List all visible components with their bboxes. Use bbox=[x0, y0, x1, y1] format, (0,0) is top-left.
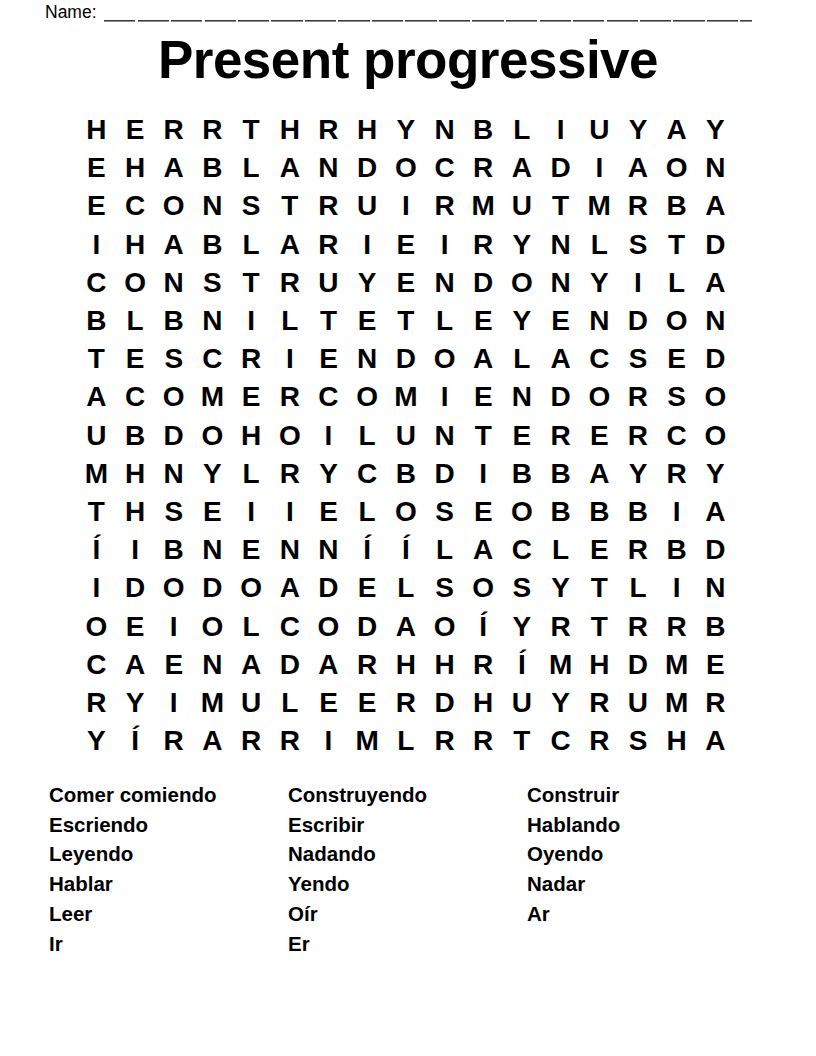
grid-cell-r16c1[interactable]: R bbox=[77, 684, 116, 722]
grid-cell-r4c12[interactable]: Y bbox=[503, 226, 542, 264]
grid-cell-r12c1[interactable]: Í bbox=[77, 531, 116, 569]
grid-cell-r16c13[interactable]: Y bbox=[541, 684, 580, 722]
grid-cell-r1c4[interactable]: R bbox=[193, 111, 232, 149]
grid-cell-r6c5[interactable]: I bbox=[232, 302, 271, 340]
word-list-column-1: Comer comiendoEscriendoLeyendoHablarLeer… bbox=[49, 780, 288, 958]
word-list-item: Leyendo bbox=[49, 839, 288, 869]
grid-cell-r14c7[interactable]: O bbox=[309, 607, 348, 645]
grid-cell-r11c11[interactable]: E bbox=[464, 493, 503, 531]
grid-cell-r3c13[interactable]: T bbox=[541, 187, 580, 225]
grid-cell-r4c17[interactable]: D bbox=[696, 226, 735, 264]
grid-cell-r2c13[interactable]: D bbox=[541, 149, 580, 187]
grid-cell-r11c2[interactable]: H bbox=[116, 493, 155, 531]
grid-cell-r3c5[interactable]: S bbox=[232, 187, 271, 225]
grid-cell-r16c16[interactable]: M bbox=[657, 684, 696, 722]
grid-cell-r4c3[interactable]: A bbox=[154, 226, 193, 264]
grid-cell-r14c13[interactable]: R bbox=[541, 607, 580, 645]
grid-cell-r13c11[interactable]: O bbox=[464, 569, 503, 607]
grid-cell-r8c13[interactable]: D bbox=[541, 378, 580, 416]
grid-cell-r16c10[interactable]: D bbox=[425, 684, 464, 722]
grid-cell-r17c15[interactable]: S bbox=[619, 722, 658, 760]
grid-cell-r3c3[interactable]: O bbox=[154, 187, 193, 225]
grid-cell-r6c15[interactable]: D bbox=[619, 302, 658, 340]
grid-cell-r17c8[interactable]: M bbox=[348, 722, 387, 760]
grid-cell-r14c14[interactable]: T bbox=[580, 607, 619, 645]
grid-cell-r16c9[interactable]: R bbox=[387, 684, 426, 722]
grid-cell-r11c16[interactable]: I bbox=[657, 493, 696, 531]
grid-cell-r17c4[interactable]: A bbox=[193, 722, 232, 760]
grid-cell-r1c7[interactable]: R bbox=[309, 111, 348, 149]
grid-cell-r3c14[interactable]: M bbox=[580, 187, 619, 225]
grid-cell-r2c15[interactable]: A bbox=[619, 149, 658, 187]
grid-cell-r3c1[interactable]: E bbox=[77, 187, 116, 225]
grid-cell-r5c2[interactable]: O bbox=[116, 264, 155, 302]
grid-cell-r17c7[interactable]: I bbox=[309, 722, 348, 760]
grid-cell-r10c16[interactable]: R bbox=[657, 455, 696, 493]
grid-cell-r16c11[interactable]: H bbox=[464, 684, 503, 722]
grid-cell-r13c10[interactable]: S bbox=[425, 569, 464, 607]
grid-cell-r5c10[interactable]: N bbox=[425, 264, 464, 302]
grid-cell-r5c5[interactable]: T bbox=[232, 264, 271, 302]
grid-cell-r17c10[interactable]: R bbox=[425, 722, 464, 760]
grid-cell-r14c15[interactable]: R bbox=[619, 607, 658, 645]
grid-cell-r2c7[interactable]: N bbox=[309, 149, 348, 187]
grid-cell-r7c13[interactable]: A bbox=[541, 340, 580, 378]
grid-cell-r16c12[interactable]: U bbox=[503, 684, 542, 722]
grid-cell-r7c15[interactable]: S bbox=[619, 340, 658, 378]
grid-cell-r4c14[interactable]: L bbox=[580, 226, 619, 264]
grid-cell-r7c12[interactable]: L bbox=[503, 340, 542, 378]
grid-cell-r6c13[interactable]: E bbox=[541, 302, 580, 340]
grid-cell-r9c2[interactable]: B bbox=[116, 417, 155, 455]
grid-cell-r8c5[interactable]: E bbox=[232, 378, 271, 416]
grid-cell-r7c14[interactable]: C bbox=[580, 340, 619, 378]
grid-cell-r9c7[interactable]: I bbox=[309, 417, 348, 455]
grid-cell-r7c5[interactable]: R bbox=[232, 340, 271, 378]
grid-cell-r9c3[interactable]: D bbox=[154, 417, 193, 455]
word-list-column-3: ConstruirHablandoOyendoNadarAr bbox=[527, 780, 766, 958]
grid-cell-r15c2[interactable]: A bbox=[116, 646, 155, 684]
grid-cell-r9c8[interactable]: L bbox=[348, 417, 387, 455]
grid-cell-r9c1[interactable]: U bbox=[77, 417, 116, 455]
grid-cell-r12c2[interactable]: I bbox=[116, 531, 155, 569]
grid-cell-r1c9[interactable]: Y bbox=[387, 111, 426, 149]
grid-cell-r4c10[interactable]: I bbox=[425, 226, 464, 264]
grid-cell-r16c5[interactable]: U bbox=[232, 684, 271, 722]
word-search-grid: HERRTHRHYNBLIUYAYEHABLANDOCRADIAONECONST… bbox=[77, 111, 735, 760]
grid-cell-r8c2[interactable]: C bbox=[116, 378, 155, 416]
grid-cell-r3c2[interactable]: C bbox=[116, 187, 155, 225]
grid-cell-r14c16[interactable]: R bbox=[657, 607, 696, 645]
grid-cell-r14c5[interactable]: L bbox=[232, 607, 271, 645]
grid-cell-r14c17[interactable]: B bbox=[696, 607, 735, 645]
grid-cell-r9c5[interactable]: H bbox=[232, 417, 271, 455]
grid-cell-r6c11[interactable]: E bbox=[464, 302, 503, 340]
grid-cell-r10c17[interactable]: Y bbox=[696, 455, 735, 493]
grid-cell-r8c14[interactable]: O bbox=[580, 378, 619, 416]
grid-cell-r14c2[interactable]: E bbox=[116, 607, 155, 645]
grid-cell-r1c17[interactable]: Y bbox=[696, 111, 735, 149]
grid-cell-r4c9[interactable]: E bbox=[387, 226, 426, 264]
grid-cell-r7c16[interactable]: E bbox=[657, 340, 696, 378]
grid-cell-r5c14[interactable]: Y bbox=[580, 264, 619, 302]
grid-cell-r14c4[interactable]: O bbox=[193, 607, 232, 645]
grid-cell-r8c10[interactable]: I bbox=[425, 378, 464, 416]
grid-cell-r16c8[interactable]: E bbox=[348, 684, 387, 722]
grid-cell-r11c17[interactable]: A bbox=[696, 493, 735, 531]
grid-cell-r1c12[interactable]: L bbox=[503, 111, 542, 149]
grid-cell-r12c6[interactable]: N bbox=[270, 531, 309, 569]
grid-cell-r12c17[interactable]: D bbox=[696, 531, 735, 569]
grid-cell-r14c6[interactable]: C bbox=[270, 607, 309, 645]
grid-cell-r10c13[interactable]: B bbox=[541, 455, 580, 493]
grid-cell-r12c10[interactable]: L bbox=[425, 531, 464, 569]
grid-cell-r13c16[interactable]: I bbox=[657, 569, 696, 607]
grid-cell-r4c2[interactable]: H bbox=[116, 226, 155, 264]
grid-cell-r7c2[interactable]: E bbox=[116, 340, 155, 378]
grid-cell-r3c10[interactable]: R bbox=[425, 187, 464, 225]
grid-cell-r2c16[interactable]: O bbox=[657, 149, 696, 187]
grid-cell-r14c11[interactable]: Í bbox=[464, 607, 503, 645]
grid-cell-r17c5[interactable]: R bbox=[232, 722, 271, 760]
grid-cell-r8c1[interactable]: A bbox=[77, 378, 116, 416]
grid-cell-r5c16[interactable]: L bbox=[657, 264, 696, 302]
grid-cell-r3c12[interactable]: U bbox=[503, 187, 542, 225]
grid-cell-r17c14[interactable]: R bbox=[580, 722, 619, 760]
grid-cell-r4c15[interactable]: S bbox=[619, 226, 658, 264]
grid-cell-r4c8[interactable]: I bbox=[348, 226, 387, 264]
grid-cell-r13c13[interactable]: Y bbox=[541, 569, 580, 607]
grid-cell-r6c6[interactable]: L bbox=[270, 302, 309, 340]
grid-cell-r5c1[interactable]: C bbox=[77, 264, 116, 302]
grid-cell-r15c11[interactable]: R bbox=[464, 646, 503, 684]
grid-cell-r15c9[interactable]: H bbox=[387, 646, 426, 684]
grid-cell-r3c15[interactable]: R bbox=[619, 187, 658, 225]
grid-cell-r14c9[interactable]: A bbox=[387, 607, 426, 645]
grid-cell-r11c9[interactable]: O bbox=[387, 493, 426, 531]
grid-cell-r4c6[interactable]: A bbox=[270, 226, 309, 264]
grid-cell-r8c6[interactable]: R bbox=[270, 378, 309, 416]
grid-cell-r15c14[interactable]: H bbox=[580, 646, 619, 684]
grid-cell-r10c9[interactable]: B bbox=[387, 455, 426, 493]
grid-cell-r13c12[interactable]: S bbox=[503, 569, 542, 607]
grid-cell-r2c5[interactable]: L bbox=[232, 149, 271, 187]
grid-cell-r2c2[interactable]: H bbox=[116, 149, 155, 187]
grid-cell-r5c3[interactable]: N bbox=[154, 264, 193, 302]
grid-cell-r8c3[interactable]: O bbox=[154, 378, 193, 416]
grid-cell-r13c3[interactable]: O bbox=[154, 569, 193, 607]
grid-cell-r17c11[interactable]: R bbox=[464, 722, 503, 760]
grid-cell-r11c8[interactable]: L bbox=[348, 493, 387, 531]
grid-cell-r8c12[interactable]: N bbox=[503, 378, 542, 416]
grid-cell-r1c3[interactable]: R bbox=[154, 111, 193, 149]
grid-cell-r11c10[interactable]: S bbox=[425, 493, 464, 531]
grid-cell-r1c10[interactable]: N bbox=[425, 111, 464, 149]
grid-cell-r5c7[interactable]: U bbox=[309, 264, 348, 302]
grid-cell-r1c5[interactable]: T bbox=[232, 111, 271, 149]
grid-cell-r2c4[interactable]: B bbox=[193, 149, 232, 187]
grid-cell-r4c7[interactable]: R bbox=[309, 226, 348, 264]
grid-cell-r13c9[interactable]: L bbox=[387, 569, 426, 607]
grid-cell-r4c1[interactable]: I bbox=[77, 226, 116, 264]
word-list-item: Construyendo bbox=[288, 780, 527, 810]
grid-cell-r16c3[interactable]: I bbox=[154, 684, 193, 722]
grid-cell-r14c8[interactable]: D bbox=[348, 607, 387, 645]
grid-cell-r9c4[interactable]: O bbox=[193, 417, 232, 455]
grid-cell-r4c13[interactable]: N bbox=[541, 226, 580, 264]
grid-cell-r15c10[interactable]: H bbox=[425, 646, 464, 684]
grid-cell-r9c14[interactable]: E bbox=[580, 417, 619, 455]
grid-cell-r15c6[interactable]: D bbox=[270, 646, 309, 684]
grid-cell-r13c5[interactable]: O bbox=[232, 569, 271, 607]
grid-cell-r13c2[interactable]: D bbox=[116, 569, 155, 607]
grid-cell-r15c5[interactable]: A bbox=[232, 646, 271, 684]
grid-cell-r15c1[interactable]: C bbox=[77, 646, 116, 684]
grid-cell-r9c11[interactable]: T bbox=[464, 417, 503, 455]
grid-cell-r12c5[interactable]: E bbox=[232, 531, 271, 569]
grid-cell-r6c7[interactable]: T bbox=[309, 302, 348, 340]
grid-cell-r6c2[interactable]: L bbox=[116, 302, 155, 340]
grid-cell-r11c4[interactable]: E bbox=[193, 493, 232, 531]
grid-cell-r16c15[interactable]: U bbox=[619, 684, 658, 722]
grid-cell-r17c3[interactable]: R bbox=[154, 722, 193, 760]
grid-cell-r9c6[interactable]: O bbox=[270, 417, 309, 455]
grid-cell-r17c12[interactable]: T bbox=[503, 722, 542, 760]
grid-cell-r1c13[interactable]: I bbox=[541, 111, 580, 149]
grid-cell-r7c7[interactable]: E bbox=[309, 340, 348, 378]
grid-cell-r17c6[interactable]: R bbox=[270, 722, 309, 760]
grid-cell-r1c1[interactable]: H bbox=[77, 111, 116, 149]
grid-cell-r8c11[interactable]: E bbox=[464, 378, 503, 416]
grid-cell-r12c15[interactable]: R bbox=[619, 531, 658, 569]
grid-cell-r7c10[interactable]: O bbox=[425, 340, 464, 378]
grid-cell-r9c17[interactable]: O bbox=[696, 417, 735, 455]
grid-cell-r7c4[interactable]: C bbox=[193, 340, 232, 378]
grid-cell-r15c8[interactable]: R bbox=[348, 646, 387, 684]
grid-cell-r14c3[interactable]: I bbox=[154, 607, 193, 645]
grid-cell-r7c17[interactable]: D bbox=[696, 340, 735, 378]
grid-cell-r6c17[interactable]: N bbox=[696, 302, 735, 340]
grid-cell-r2c11[interactable]: R bbox=[464, 149, 503, 187]
grid-cell-r4c4[interactable]: B bbox=[193, 226, 232, 264]
grid-cell-r8c4[interactable]: M bbox=[193, 378, 232, 416]
grid-cell-r2c3[interactable]: A bbox=[154, 149, 193, 187]
grid-cell-r5c17[interactable]: A bbox=[696, 264, 735, 302]
grid-cell-r15c3[interactable]: E bbox=[154, 646, 193, 684]
grid-cell-r11c6[interactable]: I bbox=[270, 493, 309, 531]
grid-cell-r2c17[interactable]: N bbox=[696, 149, 735, 187]
grid-cell-r6c3[interactable]: B bbox=[154, 302, 193, 340]
grid-cell-r12c11[interactable]: A bbox=[464, 531, 503, 569]
grid-cell-r10c5[interactable]: L bbox=[232, 455, 271, 493]
grid-cell-r13c8[interactable]: E bbox=[348, 569, 387, 607]
name-row: Name: bbox=[45, 2, 752, 22]
word-list-item: Hablando bbox=[527, 810, 766, 840]
grid-cell-r12c9[interactable]: Í bbox=[387, 531, 426, 569]
grid-cell-r1c15[interactable]: Y bbox=[619, 111, 658, 149]
grid-cell-r12c13[interactable]: L bbox=[541, 531, 580, 569]
grid-cell-r3c4[interactable]: N bbox=[193, 187, 232, 225]
grid-cell-r16c2[interactable]: Y bbox=[116, 684, 155, 722]
grid-cell-r10c1[interactable]: M bbox=[77, 455, 116, 493]
grid-cell-r4c16[interactable]: T bbox=[657, 226, 696, 264]
grid-cell-r2c14[interactable]: I bbox=[580, 149, 619, 187]
grid-cell-r13c15[interactable]: L bbox=[619, 569, 658, 607]
word-list-item: Comer comiendo bbox=[49, 780, 288, 810]
grid-cell-r11c14[interactable]: B bbox=[580, 493, 619, 531]
grid-cell-r3c7[interactable]: R bbox=[309, 187, 348, 225]
grid-cell-r8c9[interactable]: M bbox=[387, 378, 426, 416]
grid-cell-r11c3[interactable]: S bbox=[154, 493, 193, 531]
grid-cell-r5c8[interactable]: Y bbox=[348, 264, 387, 302]
grid-cell-r11c13[interactable]: B bbox=[541, 493, 580, 531]
grid-cell-r8c8[interactable]: O bbox=[348, 378, 387, 416]
grid-cell-r16c4[interactable]: M bbox=[193, 684, 232, 722]
grid-cell-r6c9[interactable]: T bbox=[387, 302, 426, 340]
grid-cell-r3c16[interactable]: B bbox=[657, 187, 696, 225]
grid-cell-r1c11[interactable]: B bbox=[464, 111, 503, 149]
grid-cell-r3c8[interactable]: U bbox=[348, 187, 387, 225]
grid-cell-r9c16[interactable]: C bbox=[657, 417, 696, 455]
grid-cell-r2c6[interactable]: A bbox=[270, 149, 309, 187]
grid-cell-r1c14[interactable]: U bbox=[580, 111, 619, 149]
grid-cell-r9c10[interactable]: N bbox=[425, 417, 464, 455]
grid-cell-r5c13[interactable]: N bbox=[541, 264, 580, 302]
grid-cell-r12c12[interactable]: C bbox=[503, 531, 542, 569]
grid-cell-r1c2[interactable]: E bbox=[116, 111, 155, 149]
grid-cell-r15c17[interactable]: E bbox=[696, 646, 735, 684]
grid-cell-r14c12[interactable]: Y bbox=[503, 607, 542, 645]
grid-cell-r17c9[interactable]: L bbox=[387, 722, 426, 760]
grid-cell-r10c15[interactable]: Y bbox=[619, 455, 658, 493]
grid-cell-r11c1[interactable]: T bbox=[77, 493, 116, 531]
grid-cell-r8c7[interactable]: C bbox=[309, 378, 348, 416]
grid-cell-r4c11[interactable]: R bbox=[464, 226, 503, 264]
grid-cell-r10c11[interactable]: I bbox=[464, 455, 503, 493]
grid-cell-r15c13[interactable]: M bbox=[541, 646, 580, 684]
grid-cell-r11c15[interactable]: B bbox=[619, 493, 658, 531]
grid-cell-r1c6[interactable]: H bbox=[270, 111, 309, 149]
grid-cell-r11c5[interactable]: I bbox=[232, 493, 271, 531]
grid-cell-r17c16[interactable]: H bbox=[657, 722, 696, 760]
grid-cell-r13c6[interactable]: A bbox=[270, 569, 309, 607]
grid-cell-r12c14[interactable]: E bbox=[580, 531, 619, 569]
grid-cell-r9c9[interactable]: U bbox=[387, 417, 426, 455]
grid-cell-r10c6[interactable]: R bbox=[270, 455, 309, 493]
grid-cell-r5c4[interactable]: S bbox=[193, 264, 232, 302]
grid-cell-r10c12[interactable]: B bbox=[503, 455, 542, 493]
grid-cell-r7c1[interactable]: T bbox=[77, 340, 116, 378]
grid-cell-r12c7[interactable]: N bbox=[309, 531, 348, 569]
grid-cell-r15c7[interactable]: A bbox=[309, 646, 348, 684]
grid-cell-r7c8[interactable]: N bbox=[348, 340, 387, 378]
grid-cell-r15c12[interactable]: Í bbox=[503, 646, 542, 684]
grid-cell-r17c1[interactable]: Y bbox=[77, 722, 116, 760]
grid-cell-r7c9[interactable]: D bbox=[387, 340, 426, 378]
grid-cell-r5c12[interactable]: O bbox=[503, 264, 542, 302]
grid-cell-r15c15[interactable]: D bbox=[619, 646, 658, 684]
grid-cell-r6c14[interactable]: N bbox=[580, 302, 619, 340]
grid-cell-r9c13[interactable]: R bbox=[541, 417, 580, 455]
grid-cell-r13c1[interactable]: I bbox=[77, 569, 116, 607]
grid-cell-r16c7[interactable]: E bbox=[309, 684, 348, 722]
grid-cell-r3c11[interactable]: M bbox=[464, 187, 503, 225]
grid-cell-r11c12[interactable]: O bbox=[503, 493, 542, 531]
grid-cell-r8c17[interactable]: O bbox=[696, 378, 735, 416]
grid-cell-r13c17[interactable]: N bbox=[696, 569, 735, 607]
grid-cell-r17c17[interactable]: A bbox=[696, 722, 735, 760]
grid-cell-r6c8[interactable]: E bbox=[348, 302, 387, 340]
word-list-item: Oyendo bbox=[527, 839, 766, 869]
grid-cell-r10c14[interactable]: A bbox=[580, 455, 619, 493]
grid-cell-r13c4[interactable]: D bbox=[193, 569, 232, 607]
grid-cell-r12c4[interactable]: N bbox=[193, 531, 232, 569]
grid-cell-r12c3[interactable]: B bbox=[154, 531, 193, 569]
grid-cell-r10c10[interactable]: D bbox=[425, 455, 464, 493]
grid-cell-r1c8[interactable]: H bbox=[348, 111, 387, 149]
grid-cell-r16c6[interactable]: L bbox=[270, 684, 309, 722]
grid-cell-r2c9[interactable]: O bbox=[387, 149, 426, 187]
grid-cell-r13c14[interactable]: T bbox=[580, 569, 619, 607]
grid-cell-r6c4[interactable]: N bbox=[193, 302, 232, 340]
grid-cell-r13c7[interactable]: D bbox=[309, 569, 348, 607]
name-fill-line[interactable] bbox=[104, 3, 752, 22]
grid-cell-r3c6[interactable]: T bbox=[270, 187, 309, 225]
grid-cell-r1c16[interactable]: A bbox=[657, 111, 696, 149]
grid-cell-r6c12[interactable]: Y bbox=[503, 302, 542, 340]
grid-cell-r3c9[interactable]: I bbox=[387, 187, 426, 225]
grid-cell-r10c7[interactable]: Y bbox=[309, 455, 348, 493]
grid-cell-r5c6[interactable]: R bbox=[270, 264, 309, 302]
grid-cell-r14c10[interactable]: O bbox=[425, 607, 464, 645]
grid-cell-r6c1[interactable]: B bbox=[77, 302, 116, 340]
grid-cell-r6c16[interactable]: O bbox=[657, 302, 696, 340]
grid-cell-r11c7[interactable]: E bbox=[309, 493, 348, 531]
grid-cell-r7c11[interactable]: A bbox=[464, 340, 503, 378]
grid-cell-r16c17[interactable]: R bbox=[696, 684, 735, 722]
grid-cell-r10c2[interactable]: H bbox=[116, 455, 155, 493]
grid-cell-r14c1[interactable]: O bbox=[77, 607, 116, 645]
grid-cell-r3c17[interactable]: A bbox=[696, 187, 735, 225]
grid-cell-r5c15[interactable]: I bbox=[619, 264, 658, 302]
grid-cell-r10c8[interactable]: C bbox=[348, 455, 387, 493]
grid-cell-r6c10[interactable]: L bbox=[425, 302, 464, 340]
grid-cell-r5c9[interactable]: E bbox=[387, 264, 426, 302]
grid-cell-r12c8[interactable]: Í bbox=[348, 531, 387, 569]
grid-cell-r2c12[interactable]: A bbox=[503, 149, 542, 187]
grid-cell-r5c11[interactable]: D bbox=[464, 264, 503, 302]
grid-cell-r7c3[interactable]: S bbox=[154, 340, 193, 378]
grid-cell-r9c12[interactable]: E bbox=[503, 417, 542, 455]
word-list-item: Leer bbox=[49, 899, 288, 929]
grid-cell-r10c4[interactable]: Y bbox=[193, 455, 232, 493]
grid-cell-r10c3[interactable]: N bbox=[154, 455, 193, 493]
grid-cell-r8c16[interactable]: S bbox=[657, 378, 696, 416]
grid-cell-r12c16[interactable]: B bbox=[657, 531, 696, 569]
grid-cell-r4c5[interactable]: L bbox=[232, 226, 271, 264]
grid-cell-r15c16[interactable]: M bbox=[657, 646, 696, 684]
grid-cell-r2c1[interactable]: E bbox=[77, 149, 116, 187]
grid-cell-r9c15[interactable]: R bbox=[619, 417, 658, 455]
grid-cell-r2c8[interactable]: D bbox=[348, 149, 387, 187]
grid-cell-r8c15[interactable]: R bbox=[619, 378, 658, 416]
grid-cell-r17c13[interactable]: C bbox=[541, 722, 580, 760]
grid-cell-r7c6[interactable]: I bbox=[270, 340, 309, 378]
grid-cell-r17c2[interactable]: Í bbox=[116, 722, 155, 760]
grid-cell-r15c4[interactable]: N bbox=[193, 646, 232, 684]
grid-cell-r16c14[interactable]: R bbox=[580, 684, 619, 722]
grid-cell-r2c10[interactable]: C bbox=[425, 149, 464, 187]
